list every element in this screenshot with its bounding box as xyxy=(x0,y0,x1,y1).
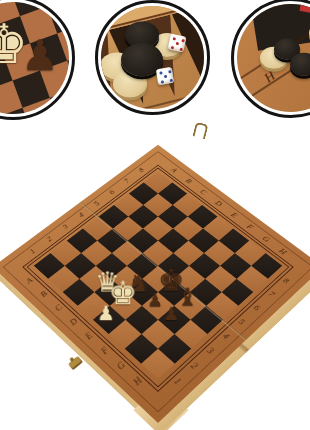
die xyxy=(156,67,174,85)
inset-backgammon-photo xyxy=(101,6,204,109)
inset-chess-closeup: ♚♟♟ xyxy=(0,0,75,120)
dark-checker xyxy=(290,53,310,75)
die-pip xyxy=(170,45,174,49)
chessboard: AABBCCDDEEFFGGHH1122334455667788♚♝♞♟♟♛♚♟ xyxy=(0,145,310,423)
inset-checkers-photo: H xyxy=(237,4,310,112)
inset-chess-photo: ♚♟♟ xyxy=(0,2,69,114)
die-pip xyxy=(169,78,172,81)
die-pip xyxy=(164,75,167,78)
chessboard-scene: AABBCCDDEEFFGGHH1122334455667788♚♝♞♟♟♛♚♟ xyxy=(41,150,275,384)
product-photo: ♚♟♟ H xyxy=(0,0,310,430)
brass-hook xyxy=(192,122,208,140)
die-pip xyxy=(179,47,183,51)
board-letter-h: H xyxy=(261,68,278,86)
die-pip xyxy=(181,38,185,42)
die-pip xyxy=(172,37,176,41)
white-pawn: ♟ xyxy=(91,303,120,323)
inset-backgammon-closeup xyxy=(95,0,210,115)
inset-checkers-closeup: H xyxy=(231,0,310,118)
die-pip xyxy=(160,80,163,83)
die-pip xyxy=(159,71,162,74)
die-pip xyxy=(176,42,180,46)
black-pawn: ♟ xyxy=(156,305,185,323)
die-pip xyxy=(167,70,170,73)
dark-piece: ♟ xyxy=(21,31,59,80)
